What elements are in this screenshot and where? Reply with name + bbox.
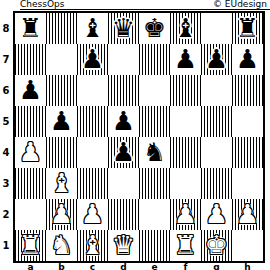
rank-label-1: 1 xyxy=(0,230,12,261)
square-e8[interactable]: ♚ xyxy=(139,13,170,44)
piece-white-queen[interactable]: ♛ xyxy=(112,230,135,261)
square-b7[interactable] xyxy=(46,44,77,75)
square-d2[interactable] xyxy=(108,199,139,230)
rank-label-7: 7 xyxy=(0,44,12,75)
square-e3[interactable] xyxy=(139,168,170,199)
file-label-f: f xyxy=(170,263,201,270)
rank-label-5: 5 xyxy=(0,106,12,137)
square-e1[interactable] xyxy=(139,230,170,261)
square-c7[interactable]: ♟ xyxy=(77,44,108,75)
piece-black-bishop[interactable]: ♝ xyxy=(174,13,197,44)
square-d4[interactable]: ♟ xyxy=(108,137,139,168)
file-labels: abcdefgh xyxy=(15,263,263,270)
piece-black-pawn[interactable]: ♟ xyxy=(19,75,42,106)
file-label-b: b xyxy=(46,263,77,270)
square-g8[interactable] xyxy=(201,13,232,44)
square-e6[interactable] xyxy=(139,75,170,106)
square-d1[interactable]: ♛ xyxy=(108,230,139,261)
file-label-g: g xyxy=(201,263,232,270)
piece-black-pawn[interactable]: ♟ xyxy=(50,106,73,137)
square-c3[interactable] xyxy=(77,168,108,199)
square-h8[interactable]: ♜ xyxy=(232,13,263,44)
square-g3[interactable] xyxy=(201,168,232,199)
piece-black-pawn[interactable]: ♟ xyxy=(112,106,135,137)
square-g5[interactable] xyxy=(201,106,232,137)
piece-black-pawn[interactable]: ♟ xyxy=(174,44,197,75)
rank-label-8: 8 xyxy=(0,13,12,44)
piece-white-pawn[interactable]: ♟ xyxy=(236,199,259,230)
square-c2[interactable]: ♟ xyxy=(77,199,108,230)
square-d3[interactable] xyxy=(108,168,139,199)
square-h5[interactable] xyxy=(232,106,263,137)
square-b5[interactable]: ♟ xyxy=(46,106,77,137)
square-b2[interactable]: ♟ xyxy=(46,199,77,230)
square-g7[interactable]: ♟ xyxy=(201,44,232,75)
square-e4[interactable]: ♞ xyxy=(139,137,170,168)
square-d7[interactable] xyxy=(108,44,139,75)
square-h4[interactable] xyxy=(232,137,263,168)
square-e2[interactable] xyxy=(139,199,170,230)
piece-white-knight[interactable]: ♞ xyxy=(50,230,73,261)
piece-white-pawn[interactable]: ♟ xyxy=(50,199,73,230)
piece-black-queen[interactable]: ♛ xyxy=(112,13,135,44)
piece-white-pawn[interactable]: ♟ xyxy=(81,199,104,230)
piece-black-king[interactable]: ♚ xyxy=(143,13,166,44)
piece-white-bishop[interactable]: ♝ xyxy=(81,230,104,261)
square-e5[interactable] xyxy=(139,106,170,137)
rank-labels: 87654321 xyxy=(0,13,12,261)
square-c4[interactable] xyxy=(77,137,108,168)
square-a6[interactable]: ♟ xyxy=(15,75,46,106)
square-b1[interactable]: ♞ xyxy=(46,230,77,261)
piece-black-pawn[interactable]: ♟ xyxy=(205,44,228,75)
square-c8[interactable]: ♝ xyxy=(77,13,108,44)
piece-black-rook[interactable]: ♜ xyxy=(19,13,42,44)
piece-white-pawn[interactable]: ♟ xyxy=(19,137,42,168)
square-d5[interactable]: ♟ xyxy=(108,106,139,137)
piece-white-pawn[interactable]: ♟ xyxy=(174,199,197,230)
square-b6[interactable] xyxy=(46,75,77,106)
header-rule xyxy=(20,9,270,10)
square-a5[interactable] xyxy=(15,106,46,137)
file-label-e: e xyxy=(139,263,170,270)
rank-label-3: 3 xyxy=(0,168,12,199)
square-f1[interactable]: ♜ xyxy=(170,230,201,261)
square-f2[interactable]: ♟ xyxy=(170,199,201,230)
square-h3[interactable] xyxy=(232,168,263,199)
piece-black-bishop[interactable]: ♝ xyxy=(81,13,104,44)
piece-black-rook[interactable]: ♜ xyxy=(236,13,259,44)
square-f7[interactable]: ♟ xyxy=(170,44,201,75)
square-f8[interactable]: ♝ xyxy=(170,13,201,44)
square-f5[interactable] xyxy=(170,106,201,137)
square-a7[interactable] xyxy=(15,44,46,75)
square-g2[interactable]: ♟ xyxy=(201,199,232,230)
square-a2[interactable] xyxy=(15,199,46,230)
file-label-c: c xyxy=(77,263,108,270)
square-d6[interactable] xyxy=(108,75,139,106)
square-f6[interactable] xyxy=(170,75,201,106)
piece-black-pawn[interactable]: ♟ xyxy=(112,137,135,168)
file-label-d: d xyxy=(108,263,139,270)
rank-label-2: 2 xyxy=(0,199,12,230)
square-b8[interactable] xyxy=(46,13,77,44)
file-label-h: h xyxy=(232,263,263,270)
square-b3[interactable]: ♝ xyxy=(46,168,77,199)
piece-white-bishop[interactable]: ♝ xyxy=(50,168,73,199)
square-h7[interactable]: ♟ xyxy=(232,44,263,75)
credit-text: © EUdesign xyxy=(213,0,267,9)
square-c1[interactable]: ♝ xyxy=(77,230,108,261)
square-e7[interactable] xyxy=(139,44,170,75)
piece-white-pawn[interactable]: ♟ xyxy=(205,199,228,230)
file-label-a: a xyxy=(15,263,46,270)
square-a1[interactable]: ♜ xyxy=(15,230,46,261)
app-title: ChessOps xyxy=(20,0,64,9)
square-h2[interactable]: ♟ xyxy=(232,199,263,230)
square-g1[interactable]: ♚ xyxy=(201,230,232,261)
square-c6[interactable] xyxy=(77,75,108,106)
square-d8[interactable]: ♛ xyxy=(108,13,139,44)
piece-white-rook[interactable]: ♜ xyxy=(19,230,42,261)
square-c5[interactable] xyxy=(77,106,108,137)
square-g6[interactable] xyxy=(201,75,232,106)
square-f3[interactable] xyxy=(170,168,201,199)
rank-label-6: 6 xyxy=(0,75,12,106)
square-a8[interactable]: ♜ xyxy=(15,13,46,44)
square-a3[interactable] xyxy=(15,168,46,199)
chessops-window: ChessOps © EUdesign 87654321 ♜♝♛♚♝♜♟♟♟♟♟… xyxy=(0,0,270,270)
piece-black-knight[interactable]: ♞ xyxy=(143,137,166,168)
square-h1[interactable] xyxy=(232,230,263,261)
piece-black-pawn[interactable]: ♟ xyxy=(81,44,104,75)
piece-black-pawn[interactable]: ♟ xyxy=(236,44,259,75)
chess-board: ♜♝♛♚♝♜♟♟♟♟♟♟♟♟♟♞♝♟♟♟♟♟♜♞♝♛♜♚ xyxy=(13,11,265,263)
square-b4[interactable] xyxy=(46,137,77,168)
rank-label-4: 4 xyxy=(0,137,12,168)
square-a4[interactable]: ♟ xyxy=(15,137,46,168)
square-f4[interactable] xyxy=(170,137,201,168)
square-g4[interactable] xyxy=(201,137,232,168)
piece-white-rook[interactable]: ♜ xyxy=(174,230,197,261)
piece-white-king[interactable]: ♚ xyxy=(205,230,228,261)
square-h6[interactable] xyxy=(232,75,263,106)
